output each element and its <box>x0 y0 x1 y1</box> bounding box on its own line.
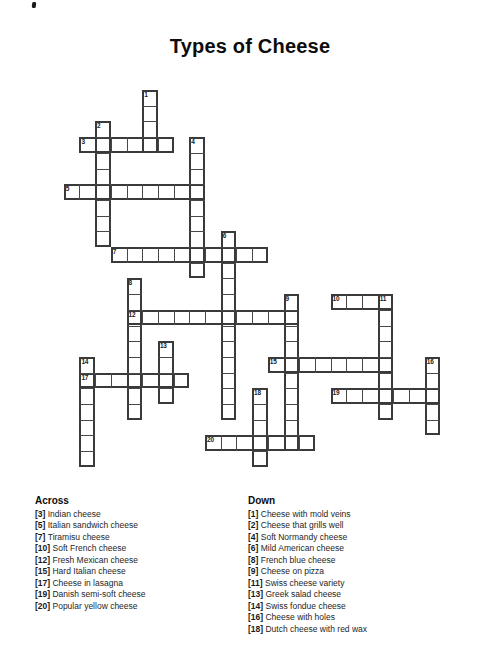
cell-r16-c11[interactable] <box>221 341 237 357</box>
clue-text: Dutch cheese with red wax <box>265 624 367 634</box>
cell-separator <box>158 373 174 374</box>
cell-r13-c11[interactable] <box>221 294 237 310</box>
clue-5: [5] Italian sandwich cheese <box>35 520 146 532</box>
clue-text: Tiramisu cheese <box>48 532 110 542</box>
cell-r3-c4[interactable] <box>111 137 127 153</box>
cell-r2-c6[interactable] <box>142 121 158 137</box>
clue-17: [17] Cheese in lasagna <box>35 578 146 590</box>
cell-r6-c4[interactable] <box>111 184 127 200</box>
cell-separator <box>378 357 394 358</box>
cell-r19-c7[interactable] <box>158 388 174 404</box>
cell-r19-c5[interactable] <box>127 388 143 404</box>
down-header: Down <box>248 495 367 506</box>
cell-separator <box>378 388 394 389</box>
clue-number-label: [6] <box>248 543 261 553</box>
down-clues-section: Down [1] Cheese with mold veins[2] Chees… <box>248 495 367 636</box>
grid-number-15: 15 <box>270 359 277 365</box>
grid-number-5: 5 <box>66 186 69 192</box>
clue-number-label: [12] <box>35 555 52 565</box>
cell-r10-c10[interactable] <box>205 247 221 263</box>
cell-r6-c6[interactable] <box>142 184 158 200</box>
clue-14: [14] Swiss fondue cheese <box>248 601 367 613</box>
cell-separator <box>95 137 111 138</box>
clue-number-label: [2] <box>248 520 261 530</box>
clue-number-label: [19] <box>35 589 52 599</box>
clue-18: [18] Dutch cheese with red wax <box>248 624 367 636</box>
clue-7: [7] Tiramisu cheese <box>35 532 146 544</box>
cell-r16-c5[interactable] <box>127 341 143 357</box>
cell-r15-c11[interactable] <box>221 326 237 342</box>
clue-number-label: [3] <box>35 509 48 519</box>
cell-r7-c9[interactable] <box>189 200 205 216</box>
cell-r16-c21[interactable] <box>378 341 394 357</box>
cell-r18-c3[interactable] <box>95 373 111 389</box>
cell-r18-c15[interactable] <box>284 373 300 389</box>
cell-r17-c16[interactable] <box>299 357 315 373</box>
clue-text: Mild American cheese <box>261 543 344 553</box>
cell-separator <box>189 184 205 185</box>
cell-r19-c23[interactable] <box>409 388 425 404</box>
grid-number-3: 3 <box>81 139 84 145</box>
cell-r14-c9[interactable] <box>189 310 205 326</box>
cell-r13-c20[interactable] <box>362 294 378 310</box>
cell-r23-c2[interactable] <box>79 451 95 467</box>
cell-r3-c7[interactable] <box>158 137 174 153</box>
cell-r8-c9[interactable] <box>189 216 205 232</box>
cell-r10-c7[interactable] <box>158 247 174 263</box>
clue-number-label: [14] <box>248 601 265 611</box>
clue-13: [13] Greek salad cheese <box>248 589 367 601</box>
clue-number-label: [4] <box>248 532 261 542</box>
clue-6: [6] Mild American cheese <box>248 543 367 555</box>
cell-r1-c6[interactable] <box>142 106 158 122</box>
across-clue-list: [3] Indian cheese[5] Italian sandwich ch… <box>35 509 146 613</box>
clue-text: Swiss fondue cheese <box>265 601 345 611</box>
grid-number-14: 14 <box>81 359 88 365</box>
clue-number-label: [20] <box>35 601 52 611</box>
across-header: Across <box>35 495 146 506</box>
cell-r22-c11[interactable] <box>221 435 237 451</box>
cell-r8-c3[interactable] <box>95 216 111 232</box>
clue-text: Cheese with holes <box>265 612 334 622</box>
cell-r19-c19[interactable] <box>346 388 362 404</box>
cell-r6-c8[interactable] <box>174 184 190 200</box>
cell-r7-c3[interactable] <box>95 200 111 216</box>
cell-r20-c2[interactable] <box>79 404 95 420</box>
cell-r9-c9[interactable] <box>189 231 205 247</box>
grid-number-9: 9 <box>286 296 289 302</box>
clue-text: Italian sandwich cheese <box>48 520 138 530</box>
cell-r6-c2[interactable] <box>79 184 95 200</box>
cell-r22-c2[interactable] <box>79 435 95 451</box>
cell-r14-c6[interactable] <box>142 310 158 326</box>
grid-number-2: 2 <box>97 123 100 129</box>
grid-number-8: 8 <box>129 280 132 286</box>
cell-r10-c13[interactable] <box>252 247 268 263</box>
cell-r21-c2[interactable] <box>79 420 95 436</box>
clue-text: Danish semi-soft cheese <box>52 589 145 599</box>
cell-r5-c9[interactable] <box>189 169 205 185</box>
cell-r14-c21[interactable] <box>378 310 394 326</box>
cell-r18-c8[interactable] <box>174 373 190 389</box>
clue-number-label: [7] <box>35 532 48 542</box>
clue-text: Cheese that grills well <box>261 520 344 530</box>
cell-r19-c22[interactable] <box>393 388 409 404</box>
grid-number-1: 1 <box>144 92 147 98</box>
cell-r15-c5[interactable] <box>127 326 143 342</box>
down-clue-list: [1] Cheese with mold veins[2] Cheese tha… <box>248 509 367 636</box>
cell-r21-c13[interactable] <box>252 420 268 436</box>
cell-separator <box>284 435 300 436</box>
cell-r15-c15[interactable] <box>284 326 300 342</box>
clue-9: [9] Cheese on pizza <box>248 566 367 578</box>
clue-3: [3] Indian cheese <box>35 509 146 521</box>
cell-r14-c13[interactable] <box>252 310 268 326</box>
cell-r18-c11[interactable] <box>221 373 237 389</box>
cell-r17-c18[interactable] <box>331 357 347 373</box>
cell-r14-c10[interactable] <box>205 310 221 326</box>
cell-r23-c13[interactable] <box>252 451 268 467</box>
clue-number-label: [17] <box>35 578 52 588</box>
clue-text: Swiss cheese variety <box>265 578 344 588</box>
cell-separator <box>221 247 237 248</box>
cell-r10-c12[interactable] <box>236 247 252 263</box>
clue-20: [20] Popular yellow cheese <box>35 601 146 613</box>
cell-r11-c11[interactable] <box>221 263 237 279</box>
cell-r14-c14[interactable] <box>268 310 284 326</box>
grid-number-19: 19 <box>333 390 340 396</box>
clue-15: [15] Hard Italian cheese <box>35 566 146 578</box>
cell-r10-c5[interactable] <box>127 247 143 263</box>
clue-text: Cheese with mold veins <box>261 509 351 519</box>
clue-number-label: [16] <box>248 612 265 622</box>
clue-19: [19] Danish semi-soft cheese <box>35 589 146 601</box>
cell-r15-c21[interactable] <box>378 326 394 342</box>
grid-number-18: 18 <box>254 390 261 396</box>
cell-separator <box>284 357 300 358</box>
clue-number-label: [8] <box>248 555 261 565</box>
cell-separator <box>425 388 441 389</box>
cell-r6-c7[interactable] <box>158 184 174 200</box>
cell-r22-c14[interactable] <box>268 435 284 451</box>
cell-r5-c3[interactable] <box>95 169 111 185</box>
grid-number-17: 17 <box>81 375 88 381</box>
cell-r20-c21[interactable] <box>378 404 394 420</box>
clue-text: Fresh Mexican cheese <box>52 555 138 565</box>
grid-number-12: 12 <box>129 312 136 318</box>
cell-r18-c6[interactable] <box>142 373 158 389</box>
clue-number-label: [10] <box>35 543 52 553</box>
cell-r17-c7[interactable] <box>158 357 174 373</box>
grid-number-13: 13 <box>160 343 167 349</box>
clue-12: [12] Fresh Mexican cheese <box>35 555 146 567</box>
cell-r19-c20[interactable] <box>362 388 378 404</box>
cell-r20-c11[interactable] <box>221 404 237 420</box>
cell-r17-c5[interactable] <box>127 357 143 373</box>
clue-4: [4] Soft Normandy cheese <box>248 532 367 544</box>
clue-10: [10] Soft French cheese <box>35 543 146 555</box>
cell-separator <box>189 247 205 248</box>
cell-r17-c20[interactable] <box>362 357 378 373</box>
cell-separator <box>142 137 158 138</box>
cell-separator <box>95 184 111 185</box>
clue-2: [2] Cheese that grills well <box>248 520 367 532</box>
cell-r21-c24[interactable] <box>425 420 441 436</box>
clue-text: Hard Italian cheese <box>52 566 125 576</box>
cell-r4-c9[interactable] <box>189 153 205 169</box>
clue-text: Cheese on pizza <box>261 566 324 576</box>
clue-text: French blue cheese <box>261 555 336 565</box>
cell-separator <box>252 435 268 436</box>
grid-number-20: 20 <box>207 437 214 443</box>
cell-r22-c12[interactable] <box>236 435 252 451</box>
clue-text: Greek salad cheese <box>265 589 341 599</box>
across-clues-section: Across [3] Indian cheese[5] Italian sand… <box>35 495 146 612</box>
cell-r17-c17[interactable] <box>315 357 331 373</box>
cell-r14-c12[interactable] <box>236 310 252 326</box>
cell-r18-c4[interactable] <box>111 373 127 389</box>
cell-r17-c11[interactable] <box>221 357 237 373</box>
cell-r13-c19[interactable] <box>346 294 362 310</box>
clue-number-label: [15] <box>35 566 52 576</box>
clue-number-label: [11] <box>248 578 265 588</box>
cell-r19-c11[interactable] <box>221 388 237 404</box>
cell-r12-c11[interactable] <box>221 278 237 294</box>
clue-text: Cheese in lasagna <box>52 578 122 588</box>
cell-r10-c8[interactable] <box>174 247 190 263</box>
cell-r13-c5[interactable] <box>127 294 143 310</box>
cell-r16-c15[interactable] <box>284 341 300 357</box>
clue-text: Soft French cheese <box>52 543 126 553</box>
cell-r19-c2[interactable] <box>79 388 95 404</box>
clue-number-label: [5] <box>35 520 48 530</box>
clue-16: [16] Cheese with holes <box>248 612 367 624</box>
cell-r21-c15[interactable] <box>284 420 300 436</box>
grid-number-11: 11 <box>380 296 386 302</box>
cell-r3-c5[interactable] <box>127 137 143 153</box>
cell-r14-c7[interactable] <box>158 310 174 326</box>
cell-r4-c3[interactable] <box>95 153 111 169</box>
clue-1: [1] Cheese with mold veins <box>248 509 367 521</box>
grid-number-16: 16 <box>427 359 434 365</box>
crossword-grid: 3571012151719201246891113141618 <box>0 0 500 500</box>
cell-separator <box>127 373 143 374</box>
cell-r20-c13[interactable] <box>252 404 268 420</box>
cell-r6-c5[interactable] <box>127 184 143 200</box>
cell-r10-c6[interactable] <box>142 247 158 263</box>
clue-number-label: [13] <box>248 589 265 599</box>
cell-separator <box>221 310 237 311</box>
grid-number-6: 6 <box>223 233 226 239</box>
cell-r18-c21[interactable] <box>378 373 394 389</box>
cell-separator <box>284 310 300 311</box>
cell-r20-c5[interactable] <box>127 404 143 420</box>
cell-r18-c24[interactable] <box>425 373 441 389</box>
cell-r14-c8[interactable] <box>174 310 190 326</box>
cell-r11-c9[interactable] <box>189 263 205 279</box>
cell-r22-c16[interactable] <box>299 435 315 451</box>
clue-text: Popular yellow cheese <box>52 601 137 611</box>
clue-number-label: [9] <box>248 566 261 576</box>
cell-r17-c19[interactable] <box>346 357 362 373</box>
clue-11: [11] Swiss cheese variety <box>248 578 367 590</box>
clue-number-label: [18] <box>248 624 265 634</box>
crossword-page: { "game": "crossword", "title": "Types o… <box>0 0 500 647</box>
clue-text: Indian cheese <box>48 509 101 519</box>
grid-number-4: 4 <box>191 139 194 145</box>
cell-r19-c15[interactable] <box>284 388 300 404</box>
clue-8: [8] French blue cheese <box>248 555 367 567</box>
grid-number-7: 7 <box>113 249 116 255</box>
cell-r20-c15[interactable] <box>284 404 300 420</box>
cell-r20-c24[interactable] <box>425 404 441 420</box>
grid-number-10: 10 <box>333 296 340 302</box>
clue-text: Soft Normandy cheese <box>261 532 347 542</box>
cell-r9-c3[interactable] <box>95 231 111 247</box>
clue-number-label: [1] <box>248 509 261 519</box>
